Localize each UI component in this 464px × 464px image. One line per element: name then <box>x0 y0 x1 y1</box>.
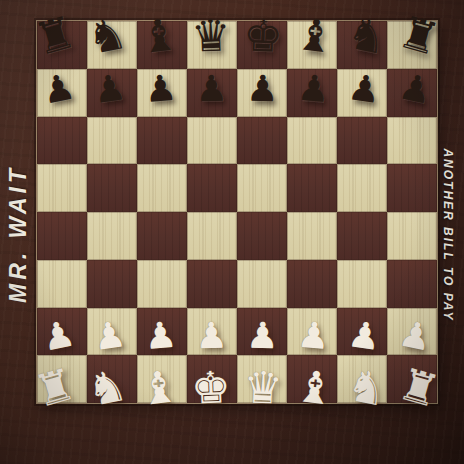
square-a7: ♟ <box>37 69 87 117</box>
square-b8: ♞ <box>87 21 137 69</box>
black-pawn-d7: ♟ <box>186 64 237 113</box>
square-h3 <box>387 260 437 308</box>
square-b4 <box>87 212 137 260</box>
square-g1: ♞ <box>337 355 387 403</box>
square-d7: ♟ <box>187 69 237 117</box>
square-b7: ♟ <box>87 69 137 117</box>
square-f2: ♟ <box>287 308 337 356</box>
square-h4 <box>387 212 437 260</box>
square-f6 <box>287 117 337 165</box>
square-a5 <box>37 164 87 212</box>
square-e1: ♛ <box>237 355 287 403</box>
square-h8: ♜ <box>387 21 437 69</box>
square-g2: ♟ <box>337 308 387 356</box>
black-pawn-c7: ♟ <box>134 63 188 115</box>
black-pawn-b7: ♟ <box>81 62 137 116</box>
square-a1: ♜ <box>37 355 87 403</box>
square-e5 <box>237 164 287 212</box>
chess-board: ♜♞♝♛♚♝♞♜♟♟♟♟♟♟♟♟♟♟♟♟♟♟♟♟♜♞♝♚♛♝♞♜ <box>36 20 438 404</box>
square-d4 <box>187 212 237 260</box>
square-a4 <box>37 212 87 260</box>
square-f1: ♝ <box>287 355 337 403</box>
square-h6 <box>387 117 437 165</box>
square-e3 <box>237 260 287 308</box>
square-g5 <box>337 164 387 212</box>
square-d8: ♛ <box>187 21 237 69</box>
square-e8: ♚ <box>237 21 287 69</box>
square-e4 <box>237 212 287 260</box>
black-pawn-f7: ♟ <box>287 63 341 115</box>
square-b3 <box>87 260 137 308</box>
black-pawn-g7: ♟ <box>336 62 392 116</box>
square-a3 <box>37 260 87 308</box>
white-pawn-f2: ♟ <box>287 309 341 361</box>
square-g6 <box>337 117 387 165</box>
square-c6 <box>137 117 187 165</box>
square-g8: ♞ <box>337 21 387 69</box>
square-f8: ♝ <box>287 21 337 69</box>
square-a2: ♟ <box>37 308 87 356</box>
square-b5 <box>87 164 137 212</box>
square-d5 <box>187 164 237 212</box>
square-c1: ♝ <box>137 355 187 403</box>
album-title: ANOTHER BILL TO PAY <box>441 148 455 321</box>
white-pawn-c2: ♟ <box>134 309 188 361</box>
square-d6 <box>187 117 237 165</box>
square-g7: ♟ <box>337 69 387 117</box>
square-d2: ♟ <box>187 308 237 356</box>
square-f3 <box>287 260 337 308</box>
square-c5 <box>137 164 187 212</box>
white-pawn-d2: ♟ <box>186 311 237 360</box>
black-pawn-a7: ♟ <box>29 60 87 117</box>
square-a6 <box>37 117 87 165</box>
square-d3 <box>187 260 237 308</box>
square-b2: ♟ <box>87 308 137 356</box>
square-d1: ♚ <box>187 355 237 403</box>
square-c7: ♟ <box>137 69 187 117</box>
square-e6 <box>237 117 287 165</box>
square-e7: ♟ <box>237 69 287 117</box>
square-g3 <box>337 260 387 308</box>
square-h7: ♟ <box>387 69 437 117</box>
square-b6 <box>87 117 137 165</box>
square-c4 <box>137 212 187 260</box>
square-h2: ♟ <box>387 308 437 356</box>
white-pawn-e2: ♟ <box>237 311 288 360</box>
square-f7: ♟ <box>287 69 337 117</box>
square-c8: ♝ <box>137 21 187 69</box>
square-b1: ♞ <box>87 355 137 403</box>
square-f4 <box>287 212 337 260</box>
square-g4 <box>337 212 387 260</box>
square-h1: ♜ <box>387 355 437 403</box>
artist-name: MR. WAIT <box>5 165 32 303</box>
square-a8: ♜ <box>37 21 87 69</box>
square-f5 <box>287 164 337 212</box>
black-pawn-e7: ♟ <box>237 64 288 113</box>
black-pawn-h7: ♟ <box>386 60 444 117</box>
square-c2: ♟ <box>137 308 187 356</box>
square-c3 <box>137 260 187 308</box>
square-h5 <box>387 164 437 212</box>
square-e2: ♟ <box>237 308 287 356</box>
